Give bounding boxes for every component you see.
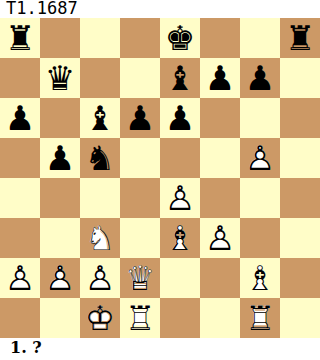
piece-glyph: ♟ (0, 98, 40, 138)
square-h6[interactable] (280, 98, 320, 138)
square-b2[interactable]: ♟♙ (40, 258, 80, 298)
piece-white-pawn: ♟♙ (200, 218, 240, 258)
square-g5[interactable]: ♟♙ (240, 138, 280, 178)
square-b7[interactable]: ♛ (40, 58, 80, 98)
piece-glyph: ♜ (280, 18, 320, 58)
square-f8[interactable] (200, 18, 240, 58)
square-f2[interactable] (200, 258, 240, 298)
piece-black-queen: ♛ (40, 58, 80, 98)
piece-white-pawn: ♟♙ (160, 178, 200, 218)
piece-black-pawn: ♟ (160, 98, 200, 138)
square-f7[interactable]: ♟ (200, 58, 240, 98)
piece-glyph: ♟ (120, 98, 160, 138)
piece-glyph: ♟ (40, 138, 80, 178)
piece-outline-glyph: ♙ (80, 258, 120, 298)
piece-black-pawn: ♟ (0, 98, 40, 138)
square-g2[interactable]: ♝♗ (240, 258, 280, 298)
piece-black-pawn: ♟ (40, 138, 80, 178)
piece-glyph: ♝ (80, 98, 120, 138)
piece-outline-glyph: ♙ (40, 258, 80, 298)
square-b8[interactable] (40, 18, 80, 58)
square-a8[interactable]: ♜ (0, 18, 40, 58)
square-a1[interactable] (0, 298, 40, 338)
square-b4[interactable] (40, 178, 80, 218)
square-e3[interactable]: ♝♗ (160, 218, 200, 258)
piece-white-rook: ♜♖ (120, 298, 160, 338)
piece-black-pawn: ♟ (240, 58, 280, 98)
square-f4[interactable] (200, 178, 240, 218)
square-c5[interactable]: ♞ (80, 138, 120, 178)
square-d7[interactable] (120, 58, 160, 98)
piece-outline-glyph: ♗ (160, 218, 200, 258)
piece-black-rook: ♜ (0, 18, 40, 58)
square-f1[interactable] (200, 298, 240, 338)
square-c6[interactable]: ♝ (80, 98, 120, 138)
square-b1[interactable] (40, 298, 80, 338)
piece-outline-glyph: ♙ (240, 138, 280, 178)
square-g1[interactable]: ♜♖ (240, 298, 280, 338)
piece-glyph: ♟ (200, 58, 240, 98)
square-h3[interactable] (280, 218, 320, 258)
square-d1[interactable]: ♜♖ (120, 298, 160, 338)
move-prompt: 1. ? (10, 338, 42, 357)
square-f5[interactable] (200, 138, 240, 178)
piece-glyph: ♛ (40, 58, 80, 98)
piece-outline-glyph: ♙ (200, 218, 240, 258)
piece-white-pawn: ♟♙ (40, 258, 80, 298)
square-f3[interactable]: ♟♙ (200, 218, 240, 258)
piece-glyph: ♜ (0, 18, 40, 58)
piece-outline-glyph: ♗ (240, 258, 280, 298)
square-e8[interactable]: ♚ (160, 18, 200, 58)
piece-white-king: ♚♔ (80, 298, 120, 338)
piece-outline-glyph: ♖ (240, 298, 280, 338)
square-e1[interactable] (160, 298, 200, 338)
square-f6[interactable] (200, 98, 240, 138)
square-g3[interactable] (240, 218, 280, 258)
square-b5[interactable]: ♟ (40, 138, 80, 178)
piece-outline-glyph: ♕ (120, 258, 160, 298)
square-h2[interactable] (280, 258, 320, 298)
square-d6[interactable]: ♟ (120, 98, 160, 138)
square-a2[interactable]: ♟♙ (0, 258, 40, 298)
piece-outline-glyph: ♙ (0, 258, 40, 298)
square-e5[interactable] (160, 138, 200, 178)
square-g4[interactable] (240, 178, 280, 218)
square-g6[interactable] (240, 98, 280, 138)
square-h8[interactable]: ♜ (280, 18, 320, 58)
square-a3[interactable] (0, 218, 40, 258)
piece-white-pawn: ♟♙ (0, 258, 40, 298)
piece-black-pawn: ♟ (120, 98, 160, 138)
square-a4[interactable] (0, 178, 40, 218)
piece-black-bishop: ♝ (160, 58, 200, 98)
piece-glyph: ♟ (240, 58, 280, 98)
piece-glyph: ♟ (160, 98, 200, 138)
square-a6[interactable]: ♟ (0, 98, 40, 138)
square-b6[interactable] (40, 98, 80, 138)
piece-outline-glyph: ♔ (80, 298, 120, 338)
square-h1[interactable] (280, 298, 320, 338)
piece-white-rook: ♜♖ (240, 298, 280, 338)
piece-white-knight: ♞♘ (80, 218, 120, 258)
piece-outline-glyph: ♙ (160, 178, 200, 218)
chess-board: ♜♚♜♛♝♟♟♟♝♟♟♟♞♟♙♟♙♞♘♝♗♟♙♟♙♟♙♟♙♛♕♝♗♚♔♜♖♜♖ (0, 18, 320, 338)
square-d5[interactable] (120, 138, 160, 178)
piece-black-rook: ♜ (280, 18, 320, 58)
square-a5[interactable] (0, 138, 40, 178)
piece-black-pawn: ♟ (200, 58, 240, 98)
square-a7[interactable] (0, 58, 40, 98)
piece-white-pawn: ♟♙ (240, 138, 280, 178)
piece-black-king: ♚ (160, 18, 200, 58)
square-c1[interactable]: ♚♔ (80, 298, 120, 338)
piece-white-queen: ♛♕ (120, 258, 160, 298)
square-e7[interactable]: ♝ (160, 58, 200, 98)
square-c7[interactable] (80, 58, 120, 98)
square-d4[interactable] (120, 178, 160, 218)
header-bar: T1.1687 (0, 0, 320, 18)
piece-outline-glyph: ♘ (80, 218, 120, 258)
piece-white-bishop: ♝♗ (240, 258, 280, 298)
square-c8[interactable] (80, 18, 120, 58)
footer-bar: 1. ? (0, 338, 320, 360)
square-b3[interactable] (40, 218, 80, 258)
chess-puzzle-window: T1.1687 ♜♚♜♛♝♟♟♟♝♟♟♟♞♟♙♟♙♞♘♝♗♟♙♟♙♟♙♟♙♛♕♝… (0, 0, 320, 360)
square-e2[interactable] (160, 258, 200, 298)
piece-glyph: ♞ (80, 138, 120, 178)
piece-white-bishop: ♝♗ (160, 218, 200, 258)
puzzle-id: T1.1687 (6, 0, 78, 18)
square-g8[interactable] (240, 18, 280, 58)
piece-white-pawn: ♟♙ (80, 258, 120, 298)
square-d8[interactable] (120, 18, 160, 58)
square-e6[interactable]: ♟ (160, 98, 200, 138)
square-d3[interactable] (120, 218, 160, 258)
piece-black-knight: ♞ (80, 138, 120, 178)
square-e4[interactable]: ♟♙ (160, 178, 200, 218)
square-h7[interactable] (280, 58, 320, 98)
square-d2[interactable]: ♛♕ (120, 258, 160, 298)
piece-black-bishop: ♝ (80, 98, 120, 138)
square-h4[interactable] (280, 178, 320, 218)
square-g7[interactable]: ♟ (240, 58, 280, 98)
piece-glyph: ♚ (160, 18, 200, 58)
square-c4[interactable] (80, 178, 120, 218)
piece-outline-glyph: ♖ (120, 298, 160, 338)
square-c2[interactable]: ♟♙ (80, 258, 120, 298)
square-c3[interactable]: ♞♘ (80, 218, 120, 258)
piece-glyph: ♝ (160, 58, 200, 98)
square-h5[interactable] (280, 138, 320, 178)
